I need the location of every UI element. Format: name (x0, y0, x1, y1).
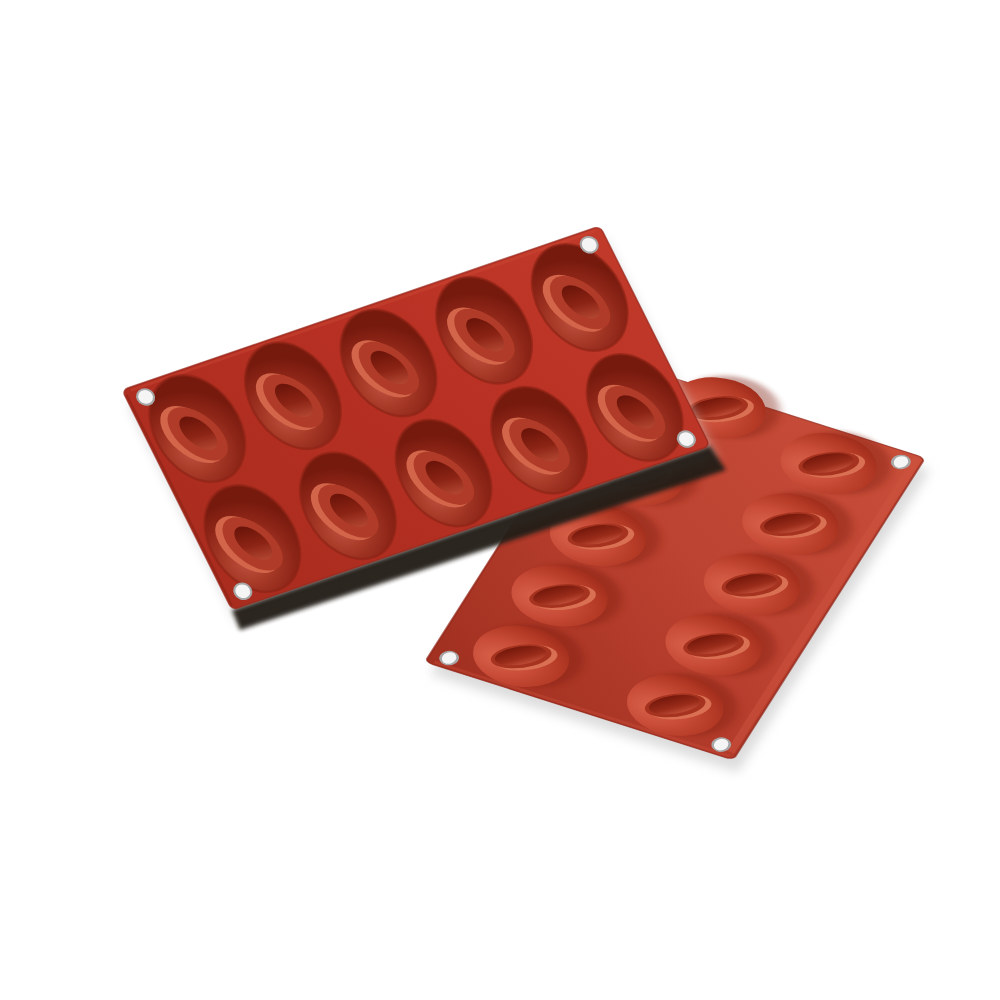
silicone-mold-photo (0, 0, 1000, 1000)
product-photo (0, 0, 1000, 1000)
